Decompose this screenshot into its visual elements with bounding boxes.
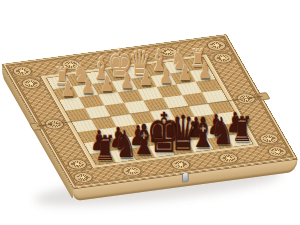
piece-white-pawn: ♟ <box>100 73 114 95</box>
piece-white-pawn: ♟ <box>120 70 134 92</box>
piece-white-pawn: ♟ <box>139 67 153 89</box>
piece-white-pawn: ♟ <box>178 62 192 84</box>
pieces-layer: ♜♞♝♚♛♝♞♜♟♟♟♟♟♟♟♟♟♟♟♟♟♟♟♟♜♞♝♚♛♝♞♜ <box>0 0 300 225</box>
piece-black-rook: ♜ <box>231 114 253 148</box>
chess-set-photo: ♜♞♝♚♛♝♞♜♟♟♟♟♟♟♟♟♟♟♟♟♟♟♟♟♜♞♝♚♛♝♞♜ <box>0 0 300 225</box>
piece-white-pawn: ♟ <box>159 65 173 87</box>
piece-white-pawn: ♟ <box>61 78 75 100</box>
piece-white-pawn: ♟ <box>198 60 212 82</box>
piece-white-pawn: ♟ <box>81 75 95 97</box>
